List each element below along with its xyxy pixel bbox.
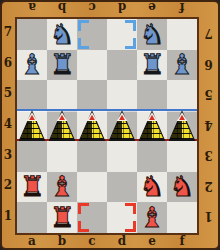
rank-label-left-1: 1 <box>1 200 15 231</box>
blue-knight[interactable]: ♞ <box>49 20 74 50</box>
square-c6[interactable] <box>77 50 107 81</box>
square-b7[interactable]: ♞ <box>47 19 77 50</box>
rank-label-left-3: 3 <box>1 139 15 170</box>
square-e4[interactable] <box>137 111 167 142</box>
pyramid-wall <box>109 110 136 141</box>
file-label-top-f: f <box>167 0 197 15</box>
square-e3[interactable] <box>137 141 167 172</box>
square-a2[interactable]: ♜ <box>17 172 47 203</box>
square-a5[interactable] <box>17 80 47 111</box>
square-b6[interactable]: ♜ <box>47 50 77 81</box>
square-d5[interactable] <box>107 80 137 111</box>
game-window: abcdef abcdef 7654321 7654321 ♞♞♝♜♜♝♜♝♞♞… <box>0 0 220 250</box>
blue-bishop[interactable]: ♝ <box>169 50 194 80</box>
blue-rook[interactable]: ♜ <box>139 50 164 80</box>
file-label-bottom-e: e <box>137 233 167 248</box>
rank-labels-left: 7654321 <box>1 17 15 231</box>
file-label-bottom-b: b <box>47 233 77 248</box>
rank-labels-right: 7654321 <box>200 17 217 231</box>
square-a1[interactable] <box>17 202 47 233</box>
pyramid-wall <box>49 110 76 141</box>
square-a4[interactable] <box>17 111 47 142</box>
red-knight[interactable]: ♞ <box>169 172 194 202</box>
rank-label-right-6: 6 <box>200 48 217 79</box>
square-b4[interactable] <box>47 111 77 142</box>
rank-label-right-5: 5 <box>200 78 217 109</box>
rank-label-right-1: 1 <box>200 200 217 231</box>
pyramid-wall <box>169 110 196 141</box>
square-e2[interactable]: ♞ <box>137 172 167 203</box>
square-f6[interactable]: ♝ <box>167 50 197 81</box>
file-label-top-a: a <box>17 0 47 15</box>
square-c7[interactable] <box>77 19 107 50</box>
square-e6[interactable]: ♜ <box>137 50 167 81</box>
rank-label-right-7: 7 <box>200 17 217 48</box>
square-c2[interactable] <box>77 172 107 203</box>
board-border: ♞♞♝♜♜♝♜♝♞♞♜♝ <box>15 17 199 235</box>
board: ♞♞♝♜♜♝♜♝♞♞♜♝ <box>17 19 197 233</box>
rank-label-right-2: 2 <box>200 170 217 201</box>
rank-label-left-6: 6 <box>1 48 15 79</box>
red-bishop[interactable]: ♝ <box>49 172 74 202</box>
file-labels-top: abcdef <box>17 0 197 15</box>
blue-bishop[interactable]: ♝ <box>19 50 44 80</box>
square-f3[interactable] <box>167 141 197 172</box>
square-d7[interactable] <box>107 19 137 50</box>
square-a7[interactable] <box>17 19 47 50</box>
square-c1[interactable] <box>77 202 107 233</box>
pyramid-wall <box>19 110 46 141</box>
square-c4[interactable] <box>77 111 107 142</box>
square-f2[interactable]: ♞ <box>167 172 197 203</box>
file-label-bottom-a: a <box>17 233 47 248</box>
square-b5[interactable] <box>47 80 77 111</box>
square-d4[interactable] <box>107 111 137 142</box>
square-f1[interactable] <box>167 202 197 233</box>
file-label-bottom-f: f <box>167 233 197 248</box>
pyramid-wall <box>139 110 166 141</box>
file-label-top-c: c <box>77 0 107 15</box>
rank-label-left-2: 2 <box>1 170 15 201</box>
rank-label-right-3: 3 <box>200 139 217 170</box>
square-a3[interactable] <box>17 141 47 172</box>
red-knight[interactable]: ♞ <box>139 172 164 202</box>
red-bishop[interactable]: ♝ <box>139 203 164 233</box>
red-rook[interactable]: ♜ <box>19 172 44 202</box>
rank-label-left-5: 5 <box>1 78 15 109</box>
rank-label-left-4: 4 <box>1 109 15 140</box>
square-b3[interactable] <box>47 141 77 172</box>
file-label-top-e: e <box>137 0 167 15</box>
square-d2[interactable] <box>107 172 137 203</box>
file-label-top-d: d <box>107 0 137 15</box>
square-f5[interactable] <box>167 80 197 111</box>
square-f7[interactable] <box>167 19 197 50</box>
file-labels-bottom: abcdef <box>17 233 197 248</box>
red-rook[interactable]: ♜ <box>49 203 74 233</box>
pyramid-wall <box>79 110 106 141</box>
square-d1[interactable] <box>107 202 137 233</box>
blue-knight[interactable]: ♞ <box>139 20 164 50</box>
square-b2[interactable]: ♝ <box>47 172 77 203</box>
square-f4[interactable] <box>167 111 197 142</box>
square-e5[interactable] <box>137 80 167 111</box>
square-d6[interactable] <box>107 50 137 81</box>
file-label-bottom-c: c <box>77 233 107 248</box>
square-c5[interactable] <box>77 80 107 111</box>
square-b1[interactable]: ♜ <box>47 202 77 233</box>
blue-rook[interactable]: ♜ <box>49 50 74 80</box>
square-e1[interactable]: ♝ <box>137 202 167 233</box>
file-label-bottom-d: d <box>107 233 137 248</box>
rank-label-left-7: 7 <box>1 17 15 48</box>
rank-label-right-4: 4 <box>200 109 217 140</box>
file-label-top-b: b <box>47 0 77 15</box>
square-e7[interactable]: ♞ <box>137 19 167 50</box>
square-d3[interactable] <box>107 141 137 172</box>
square-c3[interactable] <box>77 141 107 172</box>
square-a6[interactable]: ♝ <box>17 50 47 81</box>
